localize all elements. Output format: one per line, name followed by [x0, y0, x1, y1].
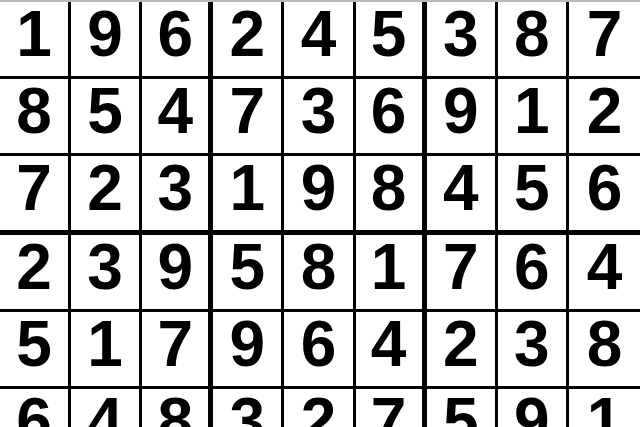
cell-r2c7[interactable]: 9	[427, 79, 498, 156]
cell-r1c6[interactable]: 5	[356, 2, 427, 79]
cell-r4c3[interactable]: 9	[142, 235, 213, 312]
cell-r3c5[interactable]: 9	[284, 156, 355, 235]
cell-r6c1[interactable]: 6	[0, 389, 71, 427]
cell-r6c6[interactable]: 7	[356, 389, 427, 427]
cell-r6c4[interactable]: 3	[213, 389, 284, 427]
cell-r5c8[interactable]: 3	[498, 312, 569, 389]
cell-r5c1[interactable]: 5	[0, 312, 71, 389]
cell-r1c9[interactable]: 7	[569, 2, 640, 79]
cell-r2c3[interactable]: 4	[142, 79, 213, 156]
cell-r4c1[interactable]: 2	[0, 235, 71, 312]
cell-r1c2[interactable]: 9	[71, 2, 142, 79]
cell-r4c2[interactable]: 3	[71, 235, 142, 312]
cell-r5c9[interactable]: 8	[569, 312, 640, 389]
cell-r4c8[interactable]: 6	[498, 235, 569, 312]
cell-r5c2[interactable]: 1	[71, 312, 142, 389]
cell-r3c4[interactable]: 1	[213, 156, 284, 235]
cell-r2c2[interactable]: 5	[71, 79, 142, 156]
cell-r2c1[interactable]: 8	[0, 79, 71, 156]
cell-r3c6[interactable]: 8	[356, 156, 427, 235]
cell-r5c4[interactable]: 9	[213, 312, 284, 389]
cell-r1c1[interactable]: 1	[0, 2, 71, 79]
cell-r6c7[interactable]: 5	[427, 389, 498, 427]
cell-r1c7[interactable]: 3	[427, 2, 498, 79]
sudoku-board: 1962453878547369127231984562395817645179…	[0, 0, 640, 427]
cell-r3c8[interactable]: 5	[498, 156, 569, 235]
cell-r6c3[interactable]: 8	[142, 389, 213, 427]
cell-r1c3[interactable]: 6	[142, 2, 213, 79]
cell-r3c2[interactable]: 2	[71, 156, 142, 235]
cell-r3c1[interactable]: 7	[0, 156, 71, 235]
cell-r1c8[interactable]: 8	[498, 2, 569, 79]
cell-r1c4[interactable]: 2	[213, 2, 284, 79]
cell-r3c9[interactable]: 6	[569, 156, 640, 235]
cell-r2c4[interactable]: 7	[213, 79, 284, 156]
cell-r4c6[interactable]: 1	[356, 235, 427, 312]
cell-r5c7[interactable]: 2	[427, 312, 498, 389]
cell-r2c8[interactable]: 1	[498, 79, 569, 156]
cell-r4c5[interactable]: 8	[284, 235, 355, 312]
cell-r5c3[interactable]: 7	[142, 312, 213, 389]
cell-r3c3[interactable]: 3	[142, 156, 213, 235]
cell-r6c5[interactable]: 2	[284, 389, 355, 427]
cell-r2c9[interactable]: 2	[569, 79, 640, 156]
cell-r2c5[interactable]: 3	[284, 79, 355, 156]
cell-r2c6[interactable]: 6	[356, 79, 427, 156]
cell-r6c9[interactable]: 1	[569, 389, 640, 427]
cell-r4c9[interactable]: 4	[569, 235, 640, 312]
cell-r4c7[interactable]: 7	[427, 235, 498, 312]
cell-r5c5[interactable]: 6	[284, 312, 355, 389]
cell-r6c8[interactable]: 9	[498, 389, 569, 427]
cell-r6c2[interactable]: 4	[71, 389, 142, 427]
cell-r1c5[interactable]: 4	[284, 2, 355, 79]
cell-r4c4[interactable]: 5	[213, 235, 284, 312]
screenshot-stage: 1962453878547369127231984562395817645179…	[0, 0, 640, 427]
cell-r5c6[interactable]: 4	[356, 312, 427, 389]
cell-r3c7[interactable]: 4	[427, 156, 498, 235]
